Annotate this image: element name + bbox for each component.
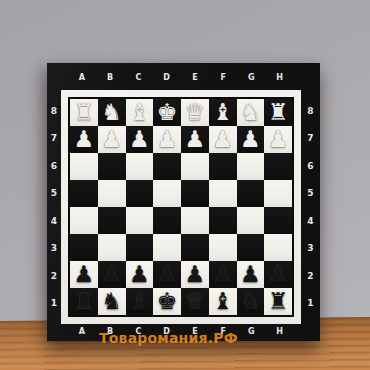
piece-white-pawn[interactable]: ♟	[240, 128, 261, 151]
square-a4[interactable]	[70, 207, 98, 234]
square-d6[interactable]	[153, 153, 181, 180]
piece-white-pawn[interactable]: ♟	[212, 128, 233, 151]
piece-black-queen[interactable]: ♛	[185, 290, 206, 313]
square-g6[interactable]	[237, 153, 265, 180]
rank-labels-left: 87654321	[47, 97, 61, 317]
piece-white-bishop[interactable]: ♝	[129, 101, 150, 124]
square-g3[interactable]	[237, 234, 265, 261]
square-h2[interactable]: ♟	[264, 261, 292, 288]
piece-white-rook[interactable]: ♜	[74, 101, 95, 124]
square-g2[interactable]: ♟	[237, 261, 265, 288]
square-c3[interactable]	[126, 234, 154, 261]
square-d5[interactable]	[153, 180, 181, 207]
piece-black-bishop[interactable]: ♝	[129, 290, 150, 313]
square-f5[interactable]	[209, 180, 237, 207]
piece-black-pawn[interactable]: ♟	[212, 263, 233, 286]
piece-white-rook[interactable]: ♜	[268, 101, 289, 124]
rank-label-5: 5	[47, 180, 61, 208]
file-label-d: D	[153, 71, 181, 85]
square-b1[interactable]: ♞	[98, 288, 126, 315]
piece-white-queen[interactable]: ♛	[185, 101, 206, 124]
square-e7[interactable]: ♟	[181, 126, 209, 153]
square-h7[interactable]: ♟	[264, 126, 292, 153]
square-c8[interactable]: ♝	[126, 99, 154, 126]
piece-black-pawn[interactable]: ♟	[157, 263, 178, 286]
piece-black-knight[interactable]: ♞	[240, 290, 261, 313]
rank-label-5: 5	[301, 180, 320, 208]
square-b7[interactable]: ♟	[98, 126, 126, 153]
square-b2[interactable]: ♟	[98, 261, 126, 288]
piece-white-pawn[interactable]: ♟	[129, 128, 150, 151]
square-a6[interactable]	[70, 153, 98, 180]
rank-label-6: 6	[301, 152, 320, 180]
photo-scene: ABCDEFGH ABCDEFGH 87654321 87654321 ♜♞♝♚…	[0, 0, 370, 370]
rank-label-3: 3	[301, 235, 320, 263]
square-c7[interactable]: ♟	[126, 126, 154, 153]
piece-white-bishop[interactable]: ♝	[212, 101, 233, 124]
file-label-e: E	[181, 71, 209, 85]
piece-white-pawn[interactable]: ♟	[185, 128, 206, 151]
square-c1[interactable]: ♝	[126, 288, 154, 315]
square-e3[interactable]	[181, 234, 209, 261]
watermark-text: Товаромания.РФ	[99, 330, 238, 346]
rank-label-1: 1	[301, 290, 320, 318]
piece-white-pawn[interactable]: ♟	[74, 128, 95, 151]
square-h6[interactable]	[264, 153, 292, 180]
piece-black-king[interactable]: ♚	[157, 290, 178, 313]
square-h3[interactable]	[264, 234, 292, 261]
file-label-h: H	[266, 71, 294, 85]
square-c2[interactable]: ♟	[126, 261, 154, 288]
rank-label-6: 6	[47, 152, 61, 180]
square-a3[interactable]	[70, 234, 98, 261]
piece-black-rook[interactable]: ♜	[268, 290, 289, 313]
file-label-b: B	[96, 71, 124, 85]
file-labels-top: ABCDEFGH	[68, 71, 294, 85]
square-d4[interactable]	[153, 207, 181, 234]
rank-label-8: 8	[301, 97, 320, 125]
piece-white-pawn[interactable]: ♟	[268, 128, 289, 151]
rank-label-4: 4	[47, 207, 61, 235]
rank-label-1: 1	[47, 290, 61, 318]
square-f7[interactable]: ♟	[209, 126, 237, 153]
square-d1[interactable]: ♚	[153, 288, 181, 315]
piece-black-pawn[interactable]: ♟	[240, 263, 261, 286]
piece-black-rook[interactable]: ♜	[74, 290, 95, 313]
square-g5[interactable]	[237, 180, 265, 207]
file-label-a: A	[68, 71, 96, 85]
square-d7[interactable]: ♟	[153, 126, 181, 153]
square-a2[interactable]: ♟	[70, 261, 98, 288]
chessboard: ABCDEFGH ABCDEFGH 87654321 87654321 ♜♞♝♚…	[47, 63, 320, 341]
square-c5[interactable]	[126, 180, 154, 207]
piece-black-bishop[interactable]: ♝	[212, 290, 233, 313]
file-label-g: G	[238, 71, 266, 85]
file-label-f: F	[209, 71, 237, 85]
square-c4[interactable]	[126, 207, 154, 234]
square-h8[interactable]: ♜	[264, 99, 292, 126]
square-g7[interactable]: ♟	[237, 126, 265, 153]
board-grid: ♜♞♝♚♛♝♞♜♟♟♟♟♟♟♟♟♟♟♟♟♟♟♟♟♜♞♝♚♛♝♞♜	[68, 97, 294, 317]
square-b5[interactable]	[98, 180, 126, 207]
square-g4[interactable]	[237, 207, 265, 234]
piece-white-pawn[interactable]: ♟	[157, 128, 178, 151]
piece-white-knight[interactable]: ♞	[240, 101, 261, 124]
rank-label-7: 7	[301, 125, 320, 153]
file-label-g: G	[238, 326, 266, 338]
piece-white-knight[interactable]: ♞	[101, 101, 122, 124]
rank-label-2: 2	[47, 262, 61, 290]
square-e1[interactable]: ♛	[181, 288, 209, 315]
square-f8[interactable]: ♝	[209, 99, 237, 126]
piece-black-pawn[interactable]: ♟	[268, 263, 289, 286]
piece-white-pawn[interactable]: ♟	[101, 128, 122, 151]
piece-black-pawn[interactable]: ♟	[129, 263, 150, 286]
square-d3[interactable]	[153, 234, 181, 261]
file-label-c: C	[125, 71, 153, 85]
square-f3[interactable]	[209, 234, 237, 261]
file-label-a: A	[68, 326, 96, 338]
rank-label-8: 8	[47, 97, 61, 125]
square-e8[interactable]: ♛	[181, 99, 209, 126]
piece-white-king[interactable]: ♚	[157, 101, 178, 124]
square-a5[interactable]	[70, 180, 98, 207]
rank-label-3: 3	[47, 235, 61, 263]
square-a1[interactable]: ♜	[70, 288, 98, 315]
piece-black-pawn[interactable]: ♟	[101, 263, 122, 286]
rank-label-7: 7	[47, 125, 61, 153]
square-e5[interactable]	[181, 180, 209, 207]
square-e2[interactable]: ♟	[181, 261, 209, 288]
square-h4[interactable]	[264, 207, 292, 234]
square-b8[interactable]: ♞	[98, 99, 126, 126]
square-a7[interactable]: ♟	[70, 126, 98, 153]
square-f6[interactable]	[209, 153, 237, 180]
file-label-h: H	[266, 326, 294, 338]
square-g8[interactable]: ♞	[237, 99, 265, 126]
square-b4[interactable]	[98, 207, 126, 234]
square-a8[interactable]: ♜	[70, 99, 98, 126]
piece-black-pawn[interactable]: ♟	[74, 263, 95, 286]
square-c6[interactable]	[126, 153, 154, 180]
square-d2[interactable]: ♟	[153, 261, 181, 288]
square-f1[interactable]: ♝	[209, 288, 237, 315]
square-e4[interactable]	[181, 207, 209, 234]
square-h1[interactable]: ♜	[264, 288, 292, 315]
piece-black-knight[interactable]: ♞	[101, 290, 122, 313]
square-h5[interactable]	[264, 180, 292, 207]
rank-label-2: 2	[301, 262, 320, 290]
square-d8[interactable]: ♚	[153, 99, 181, 126]
square-b3[interactable]	[98, 234, 126, 261]
square-g1[interactable]: ♞	[237, 288, 265, 315]
square-f2[interactable]: ♟	[209, 261, 237, 288]
rank-label-4: 4	[301, 207, 320, 235]
square-f4[interactable]	[209, 207, 237, 234]
square-e6[interactable]	[181, 153, 209, 180]
square-b6[interactable]	[98, 153, 126, 180]
piece-black-pawn[interactable]: ♟	[185, 263, 206, 286]
rank-labels-right: 87654321	[301, 97, 320, 317]
